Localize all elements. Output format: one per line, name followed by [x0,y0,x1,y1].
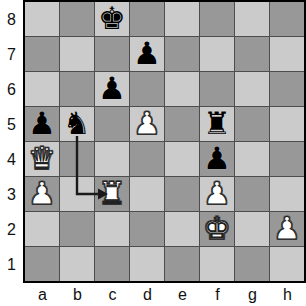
file-label-h: h [270,283,305,306]
square-h8[interactable] [270,2,304,36]
square-c4[interactable] [95,142,129,176]
square-f8[interactable] [200,2,234,36]
square-g8[interactable] [235,2,269,36]
square-b1[interactable] [60,247,94,281]
chess-diagram: 87654321 ♚♟♟♟♞♟♜♛♟♟♜♟♚♟ abcdefgh [0,0,306,306]
white-pawn-d5: ♟ [133,108,161,139]
square-h5[interactable] [270,107,304,141]
square-b6[interactable] [60,72,94,106]
square-e3[interactable] [165,177,199,211]
square-f4[interactable]: ♟ [200,142,234,176]
black-pawn-f4: ♟ [203,143,231,174]
square-d8[interactable] [130,2,164,36]
square-a6[interactable] [25,72,59,106]
square-f3[interactable]: ♟ [200,177,234,211]
rank-label-4: 4 [0,142,23,177]
square-e1[interactable] [165,247,199,281]
square-g3[interactable] [235,177,269,211]
rank-labels: 87654321 [0,2,23,282]
black-rook-f5: ♜ [203,108,231,139]
file-label-b: b [60,283,95,306]
black-king-c8: ♚ [98,3,126,34]
file-label-d: d [130,283,165,306]
file-label-f: f [200,283,235,306]
white-pawn-f3: ♟ [203,178,231,209]
square-h2[interactable]: ♟ [270,212,304,246]
square-f1[interactable] [200,247,234,281]
square-d5[interactable]: ♟ [130,107,164,141]
file-label-a: a [25,283,60,306]
rank-label-6: 6 [0,72,23,107]
rank-label-5: 5 [0,107,23,142]
square-a5[interactable]: ♟ [25,107,59,141]
square-b5[interactable]: ♞ [60,107,94,141]
square-g7[interactable] [235,37,269,71]
square-f7[interactable] [200,37,234,71]
square-c7[interactable] [95,37,129,71]
square-g1[interactable] [235,247,269,281]
black-pawn-c6: ♟ [98,73,126,104]
square-c5[interactable] [95,107,129,141]
square-f5[interactable]: ♜ [200,107,234,141]
square-e8[interactable] [165,2,199,36]
rank-label-8: 8 [0,2,23,37]
square-h7[interactable] [270,37,304,71]
rank-label-1: 1 [0,247,23,282]
square-a4[interactable]: ♛ [25,142,59,176]
square-e6[interactable] [165,72,199,106]
square-c8[interactable]: ♚ [95,2,129,36]
square-e2[interactable] [165,212,199,246]
square-d1[interactable] [130,247,164,281]
square-e5[interactable] [165,107,199,141]
white-king-f2: ♚ [203,213,231,244]
chess-board[interactable]: ♚♟♟♟♞♟♜♛♟♟♜♟♚♟ [23,0,306,283]
square-h6[interactable] [270,72,304,106]
square-c2[interactable] [95,212,129,246]
white-rook-c3: ♜ [98,178,126,209]
rank-label-2: 2 [0,212,23,247]
square-a7[interactable] [25,37,59,71]
square-g2[interactable] [235,212,269,246]
square-f2[interactable]: ♚ [200,212,234,246]
square-b3[interactable] [60,177,94,211]
square-b8[interactable] [60,2,94,36]
square-a1[interactable] [25,247,59,281]
file-labels: abcdefgh [25,283,305,306]
square-d4[interactable] [130,142,164,176]
black-pawn-a5: ♟ [28,108,56,139]
square-a3[interactable]: ♟ [25,177,59,211]
rank-label-7: 7 [0,37,23,72]
file-label-e: e [165,283,200,306]
white-pawn-h2: ♟ [273,213,301,244]
square-c6[interactable]: ♟ [95,72,129,106]
white-pawn-a3: ♟ [28,178,56,209]
square-g5[interactable] [235,107,269,141]
square-a2[interactable] [25,212,59,246]
square-c1[interactable] [95,247,129,281]
square-h4[interactable] [270,142,304,176]
square-e7[interactable] [165,37,199,71]
square-b4[interactable] [60,142,94,176]
square-d2[interactable] [130,212,164,246]
square-c3[interactable]: ♜ [95,177,129,211]
square-d7[interactable]: ♟ [130,37,164,71]
rank-label-3: 3 [0,177,23,212]
square-b2[interactable] [60,212,94,246]
black-knight-b5: ♞ [63,108,91,139]
file-label-c: c [95,283,130,306]
square-g6[interactable] [235,72,269,106]
square-b7[interactable] [60,37,94,71]
square-a8[interactable] [25,2,59,36]
square-d6[interactable] [130,72,164,106]
black-pawn-d7: ♟ [133,38,161,69]
square-d3[interactable] [130,177,164,211]
square-f6[interactable] [200,72,234,106]
square-g4[interactable] [235,142,269,176]
square-h1[interactable] [270,247,304,281]
square-e4[interactable] [165,142,199,176]
square-h3[interactable] [270,177,304,211]
white-queen-a4: ♛ [28,143,56,174]
file-label-g: g [235,283,270,306]
